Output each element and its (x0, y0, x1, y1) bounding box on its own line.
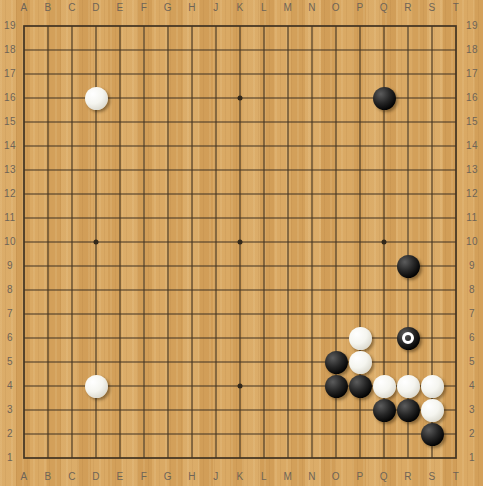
intersection-N17[interactable] (300, 62, 324, 86)
intersection-H19[interactable] (180, 14, 204, 38)
intersection-G16[interactable] (156, 86, 180, 110)
intersection-J13[interactable] (204, 158, 228, 182)
intersection-Q15[interactable] (372, 110, 396, 134)
intersection-J4[interactable] (204, 374, 228, 398)
intersection-A18[interactable] (12, 38, 36, 62)
intersection-P1[interactable] (348, 446, 372, 470)
intersection-O13[interactable] (324, 158, 348, 182)
intersection-N16[interactable] (300, 86, 324, 110)
intersection-B5[interactable] (36, 350, 60, 374)
intersection-N11[interactable] (300, 206, 324, 230)
intersection-T19[interactable] (444, 14, 468, 38)
intersection-O3[interactable] (324, 398, 348, 422)
intersection-A11[interactable] (12, 206, 36, 230)
intersection-D10[interactable] (84, 230, 108, 254)
intersection-E7[interactable] (108, 302, 132, 326)
intersection-C5[interactable] (60, 350, 84, 374)
intersection-B3[interactable] (36, 398, 60, 422)
intersection-H12[interactable] (180, 182, 204, 206)
intersection-M12[interactable] (276, 182, 300, 206)
intersection-D8[interactable] (84, 278, 108, 302)
intersection-G14[interactable] (156, 134, 180, 158)
intersection-L1[interactable] (252, 446, 276, 470)
intersection-N8[interactable] (300, 278, 324, 302)
intersection-J18[interactable] (204, 38, 228, 62)
intersection-B10[interactable] (36, 230, 60, 254)
intersection-Q17[interactable] (372, 62, 396, 86)
intersection-K11[interactable] (228, 206, 252, 230)
intersection-G15[interactable] (156, 110, 180, 134)
intersection-E2[interactable] (108, 422, 132, 446)
intersection-B16[interactable] (36, 86, 60, 110)
intersection-R2[interactable] (396, 422, 420, 446)
intersection-E14[interactable] (108, 134, 132, 158)
intersection-K5[interactable] (228, 350, 252, 374)
intersection-R19[interactable] (396, 14, 420, 38)
intersection-F7[interactable] (132, 302, 156, 326)
intersection-P12[interactable] (348, 182, 372, 206)
intersection-Q5[interactable] (372, 350, 396, 374)
intersection-E19[interactable] (108, 14, 132, 38)
intersection-O14[interactable] (324, 134, 348, 158)
intersection-E8[interactable] (108, 278, 132, 302)
intersection-A1[interactable] (12, 446, 36, 470)
intersection-K15[interactable] (228, 110, 252, 134)
intersection-F8[interactable] (132, 278, 156, 302)
intersection-R18[interactable] (396, 38, 420, 62)
intersection-T3[interactable] (444, 398, 468, 422)
intersection-S11[interactable] (420, 206, 444, 230)
intersection-E13[interactable] (108, 158, 132, 182)
intersection-J12[interactable] (204, 182, 228, 206)
intersection-B8[interactable] (36, 278, 60, 302)
intersection-D12[interactable] (84, 182, 108, 206)
intersection-N2[interactable] (300, 422, 324, 446)
intersection-F6[interactable] (132, 326, 156, 350)
intersection-L9[interactable] (252, 254, 276, 278)
intersection-J15[interactable] (204, 110, 228, 134)
intersection-M14[interactable] (276, 134, 300, 158)
intersection-D11[interactable] (84, 206, 108, 230)
intersection-L17[interactable] (252, 62, 276, 86)
intersection-S7[interactable] (420, 302, 444, 326)
intersection-D15[interactable] (84, 110, 108, 134)
go-board[interactable] (12, 14, 468, 470)
intersection-J17[interactable] (204, 62, 228, 86)
intersection-Q11[interactable] (372, 206, 396, 230)
intersection-T13[interactable] (444, 158, 468, 182)
intersection-K12[interactable] (228, 182, 252, 206)
intersection-K2[interactable] (228, 422, 252, 446)
intersection-M1[interactable] (276, 446, 300, 470)
intersection-O9[interactable] (324, 254, 348, 278)
intersection-S13[interactable] (420, 158, 444, 182)
intersection-T1[interactable] (444, 446, 468, 470)
intersection-H10[interactable] (180, 230, 204, 254)
intersection-O12[interactable] (324, 182, 348, 206)
intersection-L6[interactable] (252, 326, 276, 350)
intersection-N9[interactable] (300, 254, 324, 278)
intersection-H17[interactable] (180, 62, 204, 86)
intersection-Q10[interactable] (372, 230, 396, 254)
intersection-T7[interactable] (444, 302, 468, 326)
intersection-A12[interactable] (12, 182, 36, 206)
intersection-J10[interactable] (204, 230, 228, 254)
intersection-L5[interactable] (252, 350, 276, 374)
intersection-E17[interactable] (108, 62, 132, 86)
intersection-D19[interactable] (84, 14, 108, 38)
intersection-H15[interactable] (180, 110, 204, 134)
intersection-K16[interactable] (228, 86, 252, 110)
intersection-F19[interactable] (132, 14, 156, 38)
intersection-C18[interactable] (60, 38, 84, 62)
intersection-L16[interactable] (252, 86, 276, 110)
intersection-F1[interactable] (132, 446, 156, 470)
intersection-T9[interactable] (444, 254, 468, 278)
intersection-N13[interactable] (300, 158, 324, 182)
intersection-R13[interactable] (396, 158, 420, 182)
intersection-A7[interactable] (12, 302, 36, 326)
intersection-L18[interactable] (252, 38, 276, 62)
intersection-B7[interactable] (36, 302, 60, 326)
intersection-S18[interactable] (420, 38, 444, 62)
intersection-M11[interactable] (276, 206, 300, 230)
intersection-Q6[interactable] (372, 326, 396, 350)
intersection-M9[interactable] (276, 254, 300, 278)
intersection-R1[interactable] (396, 446, 420, 470)
intersection-R14[interactable] (396, 134, 420, 158)
intersection-G12[interactable] (156, 182, 180, 206)
intersection-K9[interactable] (228, 254, 252, 278)
intersection-R15[interactable] (396, 110, 420, 134)
intersection-B18[interactable] (36, 38, 60, 62)
intersection-H18[interactable] (180, 38, 204, 62)
intersection-F2[interactable] (132, 422, 156, 446)
intersection-J11[interactable] (204, 206, 228, 230)
intersection-P16[interactable] (348, 86, 372, 110)
intersection-K4[interactable] (228, 374, 252, 398)
intersection-K14[interactable] (228, 134, 252, 158)
intersection-E11[interactable] (108, 206, 132, 230)
intersection-C8[interactable] (60, 278, 84, 302)
intersection-H14[interactable] (180, 134, 204, 158)
intersection-E12[interactable] (108, 182, 132, 206)
intersection-Q7[interactable] (372, 302, 396, 326)
intersection-O15[interactable] (324, 110, 348, 134)
intersection-Q9[interactable] (372, 254, 396, 278)
intersection-N5[interactable] (300, 350, 324, 374)
intersection-K8[interactable] (228, 278, 252, 302)
intersection-C6[interactable] (60, 326, 84, 350)
intersection-K10[interactable] (228, 230, 252, 254)
intersection-T6[interactable] (444, 326, 468, 350)
intersection-O2[interactable] (324, 422, 348, 446)
intersection-B12[interactable] (36, 182, 60, 206)
intersection-P9[interactable] (348, 254, 372, 278)
intersection-F17[interactable] (132, 62, 156, 86)
intersection-Q13[interactable] (372, 158, 396, 182)
intersection-G17[interactable] (156, 62, 180, 86)
intersection-O17[interactable] (324, 62, 348, 86)
intersection-N12[interactable] (300, 182, 324, 206)
intersection-P18[interactable] (348, 38, 372, 62)
intersection-Q12[interactable] (372, 182, 396, 206)
intersection-G13[interactable] (156, 158, 180, 182)
intersection-H3[interactable] (180, 398, 204, 422)
intersection-E3[interactable] (108, 398, 132, 422)
intersection-P13[interactable] (348, 158, 372, 182)
intersection-H16[interactable] (180, 86, 204, 110)
intersection-S1[interactable] (420, 446, 444, 470)
intersection-P7[interactable] (348, 302, 372, 326)
intersection-T18[interactable] (444, 38, 468, 62)
intersection-Q2[interactable] (372, 422, 396, 446)
intersection-C15[interactable] (60, 110, 84, 134)
intersection-G19[interactable] (156, 14, 180, 38)
intersection-F11[interactable] (132, 206, 156, 230)
intersection-B17[interactable] (36, 62, 60, 86)
intersection-L2[interactable] (252, 422, 276, 446)
intersection-B4[interactable] (36, 374, 60, 398)
intersection-R5[interactable] (396, 350, 420, 374)
intersection-M5[interactable] (276, 350, 300, 374)
intersection-O16[interactable] (324, 86, 348, 110)
intersection-M3[interactable] (276, 398, 300, 422)
intersection-S16[interactable] (420, 86, 444, 110)
intersection-C4[interactable] (60, 374, 84, 398)
intersection-A4[interactable] (12, 374, 36, 398)
intersection-H11[interactable] (180, 206, 204, 230)
intersection-M13[interactable] (276, 158, 300, 182)
intersection-D14[interactable] (84, 134, 108, 158)
intersection-C1[interactable] (60, 446, 84, 470)
intersection-G18[interactable] (156, 38, 180, 62)
intersection-M6[interactable] (276, 326, 300, 350)
intersection-D2[interactable] (84, 422, 108, 446)
intersection-P11[interactable] (348, 206, 372, 230)
intersection-F9[interactable] (132, 254, 156, 278)
intersection-L3[interactable] (252, 398, 276, 422)
intersection-Q18[interactable] (372, 38, 396, 62)
intersection-A15[interactable] (12, 110, 36, 134)
intersection-D6[interactable] (84, 326, 108, 350)
intersection-D1[interactable] (84, 446, 108, 470)
intersection-M8[interactable] (276, 278, 300, 302)
intersection-G1[interactable] (156, 446, 180, 470)
intersection-H6[interactable] (180, 326, 204, 350)
intersection-P14[interactable] (348, 134, 372, 158)
intersection-C12[interactable] (60, 182, 84, 206)
intersection-G2[interactable] (156, 422, 180, 446)
intersection-T10[interactable] (444, 230, 468, 254)
intersection-B6[interactable] (36, 326, 60, 350)
intersection-A6[interactable] (12, 326, 36, 350)
intersection-J1[interactable] (204, 446, 228, 470)
intersection-A19[interactable] (12, 14, 36, 38)
intersection-E4[interactable] (108, 374, 132, 398)
intersection-O11[interactable] (324, 206, 348, 230)
intersection-R16[interactable] (396, 86, 420, 110)
intersection-P15[interactable] (348, 110, 372, 134)
intersection-A16[interactable] (12, 86, 36, 110)
intersection-C9[interactable] (60, 254, 84, 278)
intersection-S12[interactable] (420, 182, 444, 206)
intersection-O19[interactable] (324, 14, 348, 38)
intersection-N7[interactable] (300, 302, 324, 326)
intersection-G5[interactable] (156, 350, 180, 374)
intersection-F12[interactable] (132, 182, 156, 206)
intersection-L7[interactable] (252, 302, 276, 326)
intersection-H13[interactable] (180, 158, 204, 182)
intersection-N19[interactable] (300, 14, 324, 38)
intersection-N15[interactable] (300, 110, 324, 134)
intersection-D5[interactable] (84, 350, 108, 374)
intersection-E1[interactable] (108, 446, 132, 470)
intersection-L14[interactable] (252, 134, 276, 158)
intersection-G10[interactable] (156, 230, 180, 254)
intersection-M16[interactable] (276, 86, 300, 110)
intersection-C10[interactable] (60, 230, 84, 254)
intersection-N3[interactable] (300, 398, 324, 422)
intersection-C14[interactable] (60, 134, 84, 158)
intersection-F18[interactable] (132, 38, 156, 62)
intersection-G11[interactable] (156, 206, 180, 230)
intersection-A2[interactable] (12, 422, 36, 446)
intersection-T14[interactable] (444, 134, 468, 158)
intersection-B15[interactable] (36, 110, 60, 134)
intersection-F16[interactable] (132, 86, 156, 110)
intersection-F4[interactable] (132, 374, 156, 398)
intersection-E18[interactable] (108, 38, 132, 62)
intersection-H4[interactable] (180, 374, 204, 398)
intersection-F5[interactable] (132, 350, 156, 374)
intersection-J5[interactable] (204, 350, 228, 374)
intersection-E10[interactable] (108, 230, 132, 254)
intersection-M15[interactable] (276, 110, 300, 134)
intersection-E16[interactable] (108, 86, 132, 110)
intersection-K7[interactable] (228, 302, 252, 326)
intersection-M4[interactable] (276, 374, 300, 398)
intersection-H1[interactable] (180, 446, 204, 470)
intersection-S19[interactable] (420, 14, 444, 38)
intersection-C11[interactable] (60, 206, 84, 230)
intersection-M18[interactable] (276, 38, 300, 62)
intersection-S6[interactable] (420, 326, 444, 350)
intersection-E9[interactable] (108, 254, 132, 278)
intersection-C13[interactable] (60, 158, 84, 182)
intersection-N14[interactable] (300, 134, 324, 158)
intersection-H9[interactable] (180, 254, 204, 278)
intersection-F14[interactable] (132, 134, 156, 158)
intersection-T17[interactable] (444, 62, 468, 86)
intersection-B9[interactable] (36, 254, 60, 278)
intersection-C2[interactable] (60, 422, 84, 446)
intersection-B13[interactable] (36, 158, 60, 182)
intersection-F3[interactable] (132, 398, 156, 422)
intersection-J14[interactable] (204, 134, 228, 158)
intersection-M2[interactable] (276, 422, 300, 446)
intersection-O1[interactable] (324, 446, 348, 470)
intersection-R7[interactable] (396, 302, 420, 326)
intersection-R8[interactable] (396, 278, 420, 302)
intersection-G4[interactable] (156, 374, 180, 398)
intersection-R10[interactable] (396, 230, 420, 254)
intersection-C19[interactable] (60, 14, 84, 38)
intersection-T16[interactable] (444, 86, 468, 110)
intersection-B2[interactable] (36, 422, 60, 446)
intersection-M7[interactable] (276, 302, 300, 326)
intersection-B19[interactable] (36, 14, 60, 38)
intersection-E15[interactable] (108, 110, 132, 134)
intersection-T2[interactable] (444, 422, 468, 446)
intersection-F10[interactable] (132, 230, 156, 254)
intersection-S15[interactable] (420, 110, 444, 134)
intersection-S17[interactable] (420, 62, 444, 86)
intersection-K19[interactable] (228, 14, 252, 38)
intersection-P10[interactable] (348, 230, 372, 254)
intersection-S14[interactable] (420, 134, 444, 158)
intersection-A13[interactable] (12, 158, 36, 182)
intersection-M10[interactable] (276, 230, 300, 254)
intersection-L10[interactable] (252, 230, 276, 254)
intersection-Q19[interactable] (372, 14, 396, 38)
intersection-C7[interactable] (60, 302, 84, 326)
intersection-J2[interactable] (204, 422, 228, 446)
intersection-T15[interactable] (444, 110, 468, 134)
intersection-T11[interactable] (444, 206, 468, 230)
intersection-H7[interactable] (180, 302, 204, 326)
intersection-J3[interactable] (204, 398, 228, 422)
intersection-Q14[interactable] (372, 134, 396, 158)
intersection-F13[interactable] (132, 158, 156, 182)
intersection-M17[interactable] (276, 62, 300, 86)
intersection-L13[interactable] (252, 158, 276, 182)
intersection-K6[interactable] (228, 326, 252, 350)
intersection-G3[interactable] (156, 398, 180, 422)
intersection-L8[interactable] (252, 278, 276, 302)
intersection-O7[interactable] (324, 302, 348, 326)
intersection-J19[interactable] (204, 14, 228, 38)
intersection-A17[interactable] (12, 62, 36, 86)
intersection-J6[interactable] (204, 326, 228, 350)
intersection-S10[interactable] (420, 230, 444, 254)
intersection-O6[interactable] (324, 326, 348, 350)
intersection-B11[interactable] (36, 206, 60, 230)
intersection-T8[interactable] (444, 278, 468, 302)
intersection-H8[interactable] (180, 278, 204, 302)
intersection-K18[interactable] (228, 38, 252, 62)
intersection-T12[interactable] (444, 182, 468, 206)
intersection-R11[interactable] (396, 206, 420, 230)
intersection-K17[interactable] (228, 62, 252, 86)
intersection-G6[interactable] (156, 326, 180, 350)
intersection-P3[interactable] (348, 398, 372, 422)
intersection-J7[interactable] (204, 302, 228, 326)
intersection-K3[interactable] (228, 398, 252, 422)
intersection-P17[interactable] (348, 62, 372, 86)
intersection-A8[interactable] (12, 278, 36, 302)
intersection-O10[interactable] (324, 230, 348, 254)
intersection-C3[interactable] (60, 398, 84, 422)
intersection-K13[interactable] (228, 158, 252, 182)
intersection-G9[interactable] (156, 254, 180, 278)
intersection-R12[interactable] (396, 182, 420, 206)
intersection-L15[interactable] (252, 110, 276, 134)
intersection-B14[interactable] (36, 134, 60, 158)
intersection-S9[interactable] (420, 254, 444, 278)
intersection-J16[interactable] (204, 86, 228, 110)
intersection-B1[interactable] (36, 446, 60, 470)
